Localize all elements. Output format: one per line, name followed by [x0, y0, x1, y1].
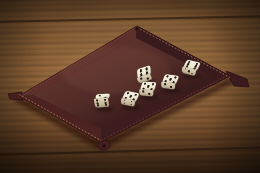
die-pip [140, 77, 142, 79]
die-pip [146, 67, 148, 70]
dice-tray-photo-scene [0, 0, 260, 173]
die-pip [185, 68, 187, 70]
die-pip [147, 78, 149, 80]
die-pip [149, 93, 151, 95]
die-pip [124, 102, 126, 104]
die-pip [144, 83, 147, 85]
die-pip [164, 83, 166, 85]
die-pip [142, 91, 144, 93]
die-pip [104, 103, 106, 105]
tray-corner-loop-hole [102, 144, 105, 147]
die-pip [169, 78, 172, 80]
die-pip [130, 101, 132, 103]
die-pip [124, 99, 126, 101]
die-pip [130, 103, 132, 105]
die-pip [166, 76, 169, 78]
die-5 [95, 93, 112, 110]
die-front-face [161, 82, 175, 90]
tray-snap-stud-top [135, 27, 139, 31]
die-pip [173, 77, 176, 79]
die-pip [191, 73, 193, 75]
die-pip [99, 95, 101, 97]
die-pip [170, 86, 172, 88]
die-pip [134, 94, 137, 96]
die-pip [147, 85, 150, 87]
die-6 [122, 91, 141, 110]
die-front-face [94, 98, 110, 108]
die-front-face [139, 89, 153, 96]
die-3 [140, 81, 157, 98]
dice-tray [0, 0, 260, 173]
die-4 [162, 74, 180, 92]
die-pip [151, 83, 154, 85]
die-pip [188, 70, 190, 72]
die-pip [97, 104, 99, 106]
die-pip [139, 70, 141, 73]
die-pip [129, 95, 132, 97]
